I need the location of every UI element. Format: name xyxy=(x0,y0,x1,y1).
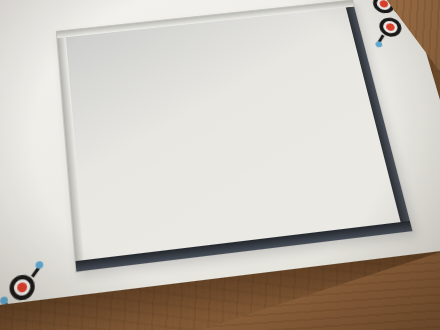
logo-blue-dot-icon xyxy=(375,41,383,48)
ordo-o-icon xyxy=(377,17,403,38)
designer-credit xyxy=(394,39,397,51)
photo-scene xyxy=(0,0,440,330)
logo-blue-dot-icon xyxy=(35,261,43,269)
logo-ring-icon xyxy=(10,305,37,316)
ordo-o-icon xyxy=(10,305,37,316)
game-mat xyxy=(0,0,440,316)
ordo-logo-bottom-left xyxy=(8,256,37,316)
ordo-o-icon xyxy=(9,274,35,302)
board-grid xyxy=(66,8,401,260)
designer-credit xyxy=(21,257,22,272)
logo-red-dot-icon xyxy=(19,314,30,316)
ordo-board xyxy=(57,0,413,271)
